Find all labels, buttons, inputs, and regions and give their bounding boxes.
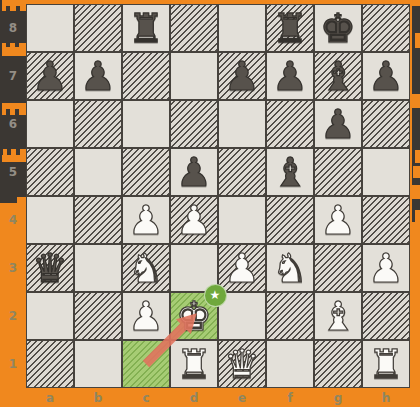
- square-b2[interactable]: [74, 292, 122, 340]
- square-e6[interactable]: [218, 100, 266, 148]
- rook-crown-decor: [415, 210, 420, 222]
- square-f5[interactable]: ♝: [266, 148, 314, 196]
- piece-black-pawn[interactable]: ♟: [320, 101, 356, 147]
- square-g4[interactable]: ♟: [314, 196, 362, 244]
- square-h8[interactable]: [362, 4, 410, 52]
- square-h2[interactable]: [362, 292, 410, 340]
- square-b3[interactable]: [74, 244, 122, 292]
- square-a5[interactable]: [26, 148, 74, 196]
- square-c4[interactable]: ♟: [122, 196, 170, 244]
- square-e7[interactable]: ♟: [218, 52, 266, 100]
- piece-black-pawn[interactable]: ♟: [368, 53, 404, 99]
- square-d8[interactable]: [170, 4, 218, 52]
- rook-crown-decor: [413, 166, 420, 178]
- piece-black-pawn[interactable]: ♟: [32, 53, 68, 99]
- square-f3[interactable]: ♞: [266, 244, 314, 292]
- square-b7[interactable]: ♟: [74, 52, 122, 100]
- rook-crown-decor: [2, 109, 6, 115]
- square-d1[interactable]: ♜: [170, 340, 218, 388]
- piece-black-pawn[interactable]: ♟: [224, 53, 260, 99]
- square-g1[interactable]: [314, 340, 362, 388]
- rank-label-6: 6: [0, 116, 26, 132]
- file-label-e: e: [232, 391, 252, 405]
- square-d4[interactable]: ♟: [170, 196, 218, 244]
- square-g6[interactable]: ♟: [314, 100, 362, 148]
- rank-label-7: 7: [0, 68, 26, 84]
- chess-board[interactable]: ♜♜♚♟♟♟♟♝♟♟♟♝♟♟♟♛♞♟♞♟♟♚♝♜♛♜: [26, 4, 410, 388]
- file-label-f: f: [280, 391, 300, 405]
- rank-label-5: 5: [0, 164, 26, 180]
- square-f4[interactable]: [266, 196, 314, 244]
- square-f1[interactable]: [266, 340, 314, 388]
- square-a7[interactable]: ♟: [26, 52, 74, 100]
- piece-black-bishop[interactable]: ♝: [272, 149, 308, 195]
- rook-crown-decor: [2, 155, 26, 162]
- piece-black-rook[interactable]: ♜: [272, 5, 308, 51]
- square-b5[interactable]: [74, 148, 122, 196]
- file-label-g: g: [328, 391, 348, 405]
- chess-app: ♜♜♚♟♟♟♟♝♟♟♟♝♟♟♟♛♞♟♞♟♟♚♝♜♛♜ 87654321 abcd…: [0, 0, 420, 407]
- piece-black-bishop[interactable]: ♝: [320, 53, 356, 99]
- file-label-a: a: [40, 391, 60, 405]
- square-f2[interactable]: [266, 292, 314, 340]
- rook-crown-decor: [415, 33, 420, 48]
- square-g5[interactable]: [314, 148, 362, 196]
- rank-label-3: 3: [0, 260, 26, 276]
- piece-white-knight[interactable]: ♞: [272, 245, 308, 291]
- piece-black-king[interactable]: ♚: [320, 5, 356, 51]
- rook-crown-decor: [2, 47, 26, 56]
- square-h1[interactable]: ♜: [362, 340, 410, 388]
- square-g8[interactable]: ♚: [314, 4, 362, 52]
- rook-crown-decor: [19, 109, 26, 115]
- square-c1[interactable]: [122, 340, 170, 388]
- rook-crown-decor: [10, 109, 15, 115]
- piece-black-queen[interactable]: ♛: [32, 245, 68, 291]
- file-label-c: c: [136, 391, 156, 405]
- square-a4[interactable]: [26, 196, 74, 244]
- piece-white-queen[interactable]: ♛: [224, 341, 260, 387]
- square-d5[interactable]: ♟: [170, 148, 218, 196]
- square-c2[interactable]: ♟: [122, 292, 170, 340]
- square-d7[interactable]: [170, 52, 218, 100]
- piece-white-pawn[interactable]: ♟: [320, 197, 356, 243]
- square-h3[interactable]: ♟: [362, 244, 410, 292]
- square-c8[interactable]: ♜: [122, 4, 170, 52]
- piece-white-rook[interactable]: ♜: [368, 341, 404, 387]
- square-e4[interactable]: [218, 196, 266, 244]
- piece-white-rook[interactable]: ♜: [176, 341, 212, 387]
- piece-black-pawn[interactable]: ♟: [80, 53, 116, 99]
- square-b8[interactable]: [74, 4, 122, 52]
- piece-white-pawn[interactable]: ♟: [176, 197, 212, 243]
- square-e3[interactable]: ♟: [218, 244, 266, 292]
- square-e5[interactable]: [218, 148, 266, 196]
- square-h5[interactable]: [362, 148, 410, 196]
- rook-crown-decor: [415, 150, 420, 163]
- square-f8[interactable]: ♜: [266, 4, 314, 52]
- square-c3[interactable]: ♞: [122, 244, 170, 292]
- piece-white-pawn[interactable]: ♟: [368, 245, 404, 291]
- rook-crown-decor: [0, 197, 17, 203]
- rook-crown-decor: [10, 6, 16, 11]
- square-f7[interactable]: ♟: [266, 52, 314, 100]
- square-a2[interactable]: [26, 292, 74, 340]
- square-a8[interactable]: [26, 4, 74, 52]
- square-a1[interactable]: [26, 340, 74, 388]
- file-label-b: b: [88, 391, 108, 405]
- file-label-h: h: [376, 391, 396, 405]
- square-b4[interactable]: [74, 196, 122, 244]
- square-h6[interactable]: [362, 100, 410, 148]
- square-c6[interactable]: [122, 100, 170, 148]
- square-g3[interactable]: [314, 244, 362, 292]
- square-h4[interactable]: [362, 196, 410, 244]
- square-g7[interactable]: ♝: [314, 52, 362, 100]
- piece-white-knight[interactable]: ♞: [128, 245, 164, 291]
- square-e1[interactable]: ♛: [218, 340, 266, 388]
- rank-label-1: 1: [0, 356, 26, 372]
- rank-label-2: 2: [0, 308, 26, 324]
- square-f6[interactable]: [266, 100, 314, 148]
- rank-label-4: 4: [0, 212, 26, 228]
- piece-white-pawn[interactable]: ♟: [128, 197, 164, 243]
- piece-white-pawn[interactable]: ♟: [224, 245, 260, 291]
- square-d6[interactable]: [170, 100, 218, 148]
- square-a3[interactable]: ♛: [26, 244, 74, 292]
- piece-white-pawn[interactable]: ♟: [128, 293, 164, 339]
- rank-label-8: 8: [0, 20, 26, 36]
- piece-white-bishop[interactable]: ♝: [320, 293, 356, 339]
- square-a6[interactable]: [26, 100, 74, 148]
- rook-crown-decor: [412, 94, 420, 108]
- square-c5[interactable]: [122, 148, 170, 196]
- square-b6[interactable]: [74, 100, 122, 148]
- square-e8[interactable]: [218, 4, 266, 52]
- star-icon: ★: [210, 285, 221, 306]
- rook-crown-decor: [2, 6, 6, 11]
- square-b1[interactable]: [74, 340, 122, 388]
- piece-black-pawn[interactable]: ♟: [176, 149, 212, 195]
- rook-crown-decor: [412, 185, 420, 199]
- square-g2[interactable]: ♝: [314, 292, 362, 340]
- square-h7[interactable]: ♟: [362, 52, 410, 100]
- file-label-d: d: [184, 391, 204, 405]
- best-move-star-badge: ★: [204, 284, 227, 307]
- piece-black-pawn[interactable]: ♟: [272, 53, 308, 99]
- square-c7[interactable]: [122, 52, 170, 100]
- piece-black-rook[interactable]: ♜: [128, 5, 164, 51]
